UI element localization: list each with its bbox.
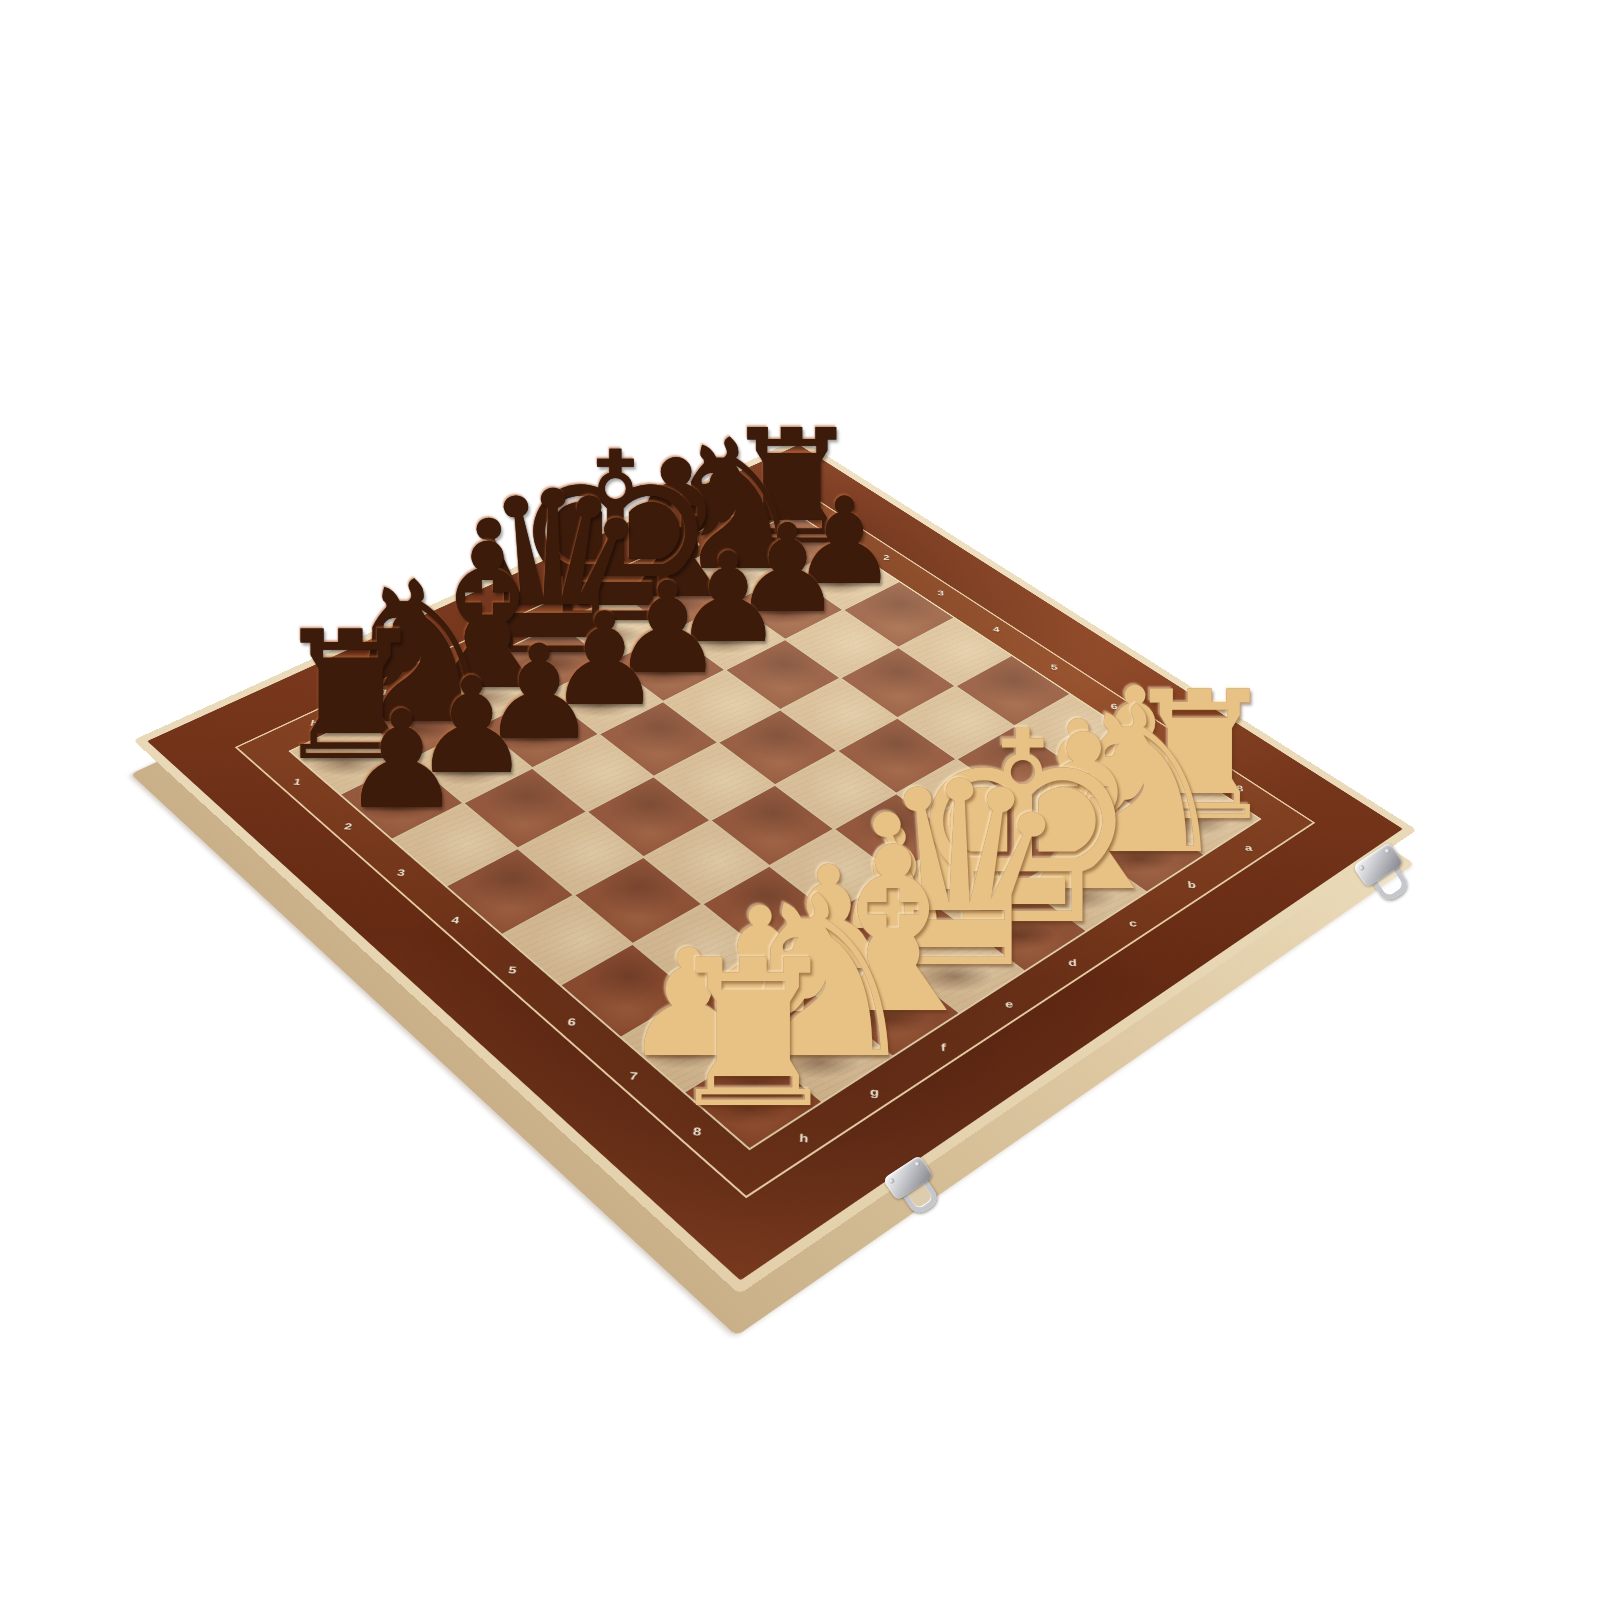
folding-chess-box: 12345678 12345678 abcdefgh abcdefgh	[289, 299, 1260, 1270]
board-top-surface: 12345678 12345678 abcdefgh abcdefgh	[133, 438, 1417, 1294]
board-printed-surface: 12345678 12345678 abcdefgh abcdefgh	[147, 445, 1403, 1281]
product-photo-stage: 12345678 12345678 abcdefgh abcdefgh ♜♞♝♚…	[0, 0, 1601, 1601]
